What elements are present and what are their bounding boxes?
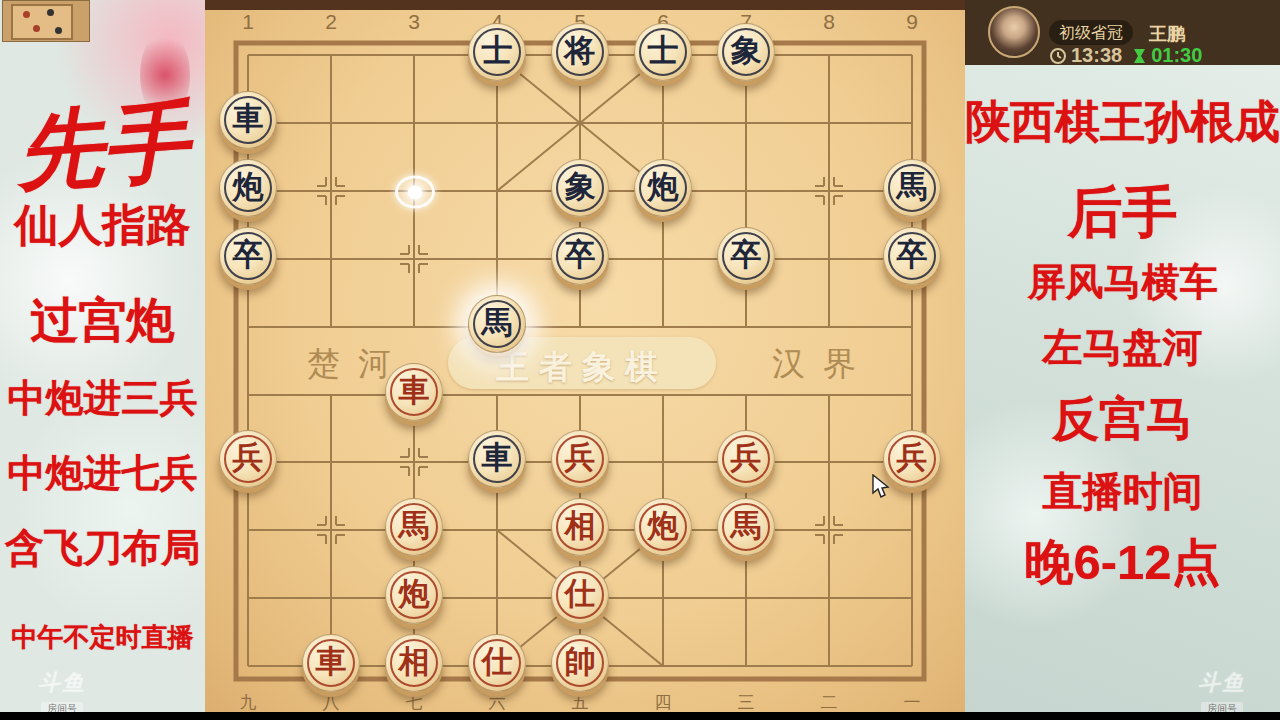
piece-black-象-f5r2[interactable]: 象 — [551, 159, 609, 217]
file-number-bottom-9: 一 — [904, 691, 921, 714]
right-line-7: 晚6-12点 — [965, 538, 1280, 587]
total-time: 13:38 — [1071, 44, 1122, 67]
player-name: 王鹏 — [1149, 22, 1185, 46]
piece-red-仕-f5r8[interactable]: 仕 — [551, 566, 609, 624]
piece-black-士-f6r0[interactable]: 士 — [634, 23, 692, 81]
file-number-bottom-5: 五 — [572, 691, 589, 714]
left-line-3: 中炮进三兵 — [0, 379, 205, 417]
clock-icon — [1049, 47, 1067, 65]
piece-red-炮-f6r7[interactable]: 炮 — [634, 498, 692, 556]
file-number-bottom-6: 四 — [655, 691, 672, 714]
piece-black-卒-f9r3[interactable]: 卒 — [883, 227, 941, 285]
right-line-4: 左马盘河 — [965, 327, 1280, 367]
file-number-bottom-8: 二 — [821, 691, 838, 714]
piece-red-兵-f1r6[interactable]: 兵 — [219, 430, 277, 488]
piece-red-兵-f9r6[interactable]: 兵 — [883, 430, 941, 488]
left-line-4: 中炮进七兵 — [0, 454, 205, 492]
corner-thumbnail — [2, 0, 90, 42]
right-line-3: 屏风马横车 — [965, 263, 1280, 301]
piece-red-馬-f3r7[interactable]: 馬 — [385, 498, 443, 556]
piece-red-兵-f5r6[interactable]: 兵 — [551, 430, 609, 488]
piece-red-相-f5r7[interactable]: 相 — [551, 498, 609, 556]
file-number-bottom-2: 八 — [323, 691, 340, 714]
piece-black-卒-f7r3[interactable]: 卒 — [717, 227, 775, 285]
piece-black-車-f1r1[interactable]: 車 — [219, 91, 277, 149]
piece-black-炮-f6r2[interactable]: 炮 — [634, 159, 692, 217]
piece-black-炮-f1r2[interactable]: 炮 — [219, 159, 277, 217]
xiangqi-board[interactable]: 楚河 汉界 王者象棋 123456789九八七六五四三二一 士将士象車炮象炮馬卒… — [205, 0, 965, 712]
player-info-bar: 初级省冠 王鹏 13:38 01:30 — [965, 0, 1280, 65]
right-line-2: 后手 — [965, 185, 1280, 240]
piece-black-卒-f1r3[interactable]: 卒 — [219, 227, 277, 285]
right-line-6: 直播时间 — [965, 471, 1280, 511]
douyu-logo-2: 斗鱼 — [1182, 668, 1262, 698]
right-line-1: 陕西棋王孙根成 — [965, 99, 1280, 144]
river-label-right: 汉界 — [772, 342, 874, 387]
stream-frame: 先手 仙人指路 过宫炮 中炮进三兵 中炮进七兵 含飞刀布局 中午不定时直播 楚河… — [0, 0, 1280, 720]
thumbnail-board — [11, 4, 73, 40]
rank-badge: 初级省冠 — [1049, 20, 1133, 45]
piece-red-炮-f3r8[interactable]: 炮 — [385, 566, 443, 624]
piece-red-馬-f7r7[interactable]: 馬 — [717, 498, 775, 556]
piece-black-士-f4r0[interactable]: 士 — [468, 23, 526, 81]
piece-black-象-f7r0[interactable]: 象 — [717, 23, 775, 81]
right-line-5: 反宫马 — [965, 395, 1280, 442]
piece-red-車-f3r5[interactable]: 車 — [385, 363, 443, 421]
piece-red-相-f3r9[interactable]: 相 — [385, 634, 443, 692]
piece-red-仕-f4r9[interactable]: 仕 — [468, 634, 526, 692]
douyu-logo: 斗鱼 — [22, 668, 102, 698]
file-number-bottom-7: 三 — [738, 691, 755, 714]
piece-black-車-f4r6[interactable]: 車 — [468, 430, 526, 488]
file-number-top-9: 9 — [906, 10, 918, 34]
left-text-panel: 先手 仙人指路 过宫炮 中炮进三兵 中炮进七兵 含飞刀布局 中午不定时直播 — [0, 0, 205, 712]
file-number-top-3: 3 — [408, 10, 420, 34]
move-origin-marker — [395, 176, 435, 209]
file-number-top-8: 8 — [823, 10, 835, 34]
bottom-black-bar — [0, 712, 1280, 720]
file-number-bottom-3: 七 — [406, 691, 423, 714]
piece-red-車-f2r9[interactable]: 車 — [302, 634, 360, 692]
white-blob-2 — [20, 380, 205, 640]
left-line-5: 含飞刀布局 — [0, 528, 205, 567]
piece-red-帥-f5r9[interactable]: 帥 — [551, 634, 609, 692]
piece-black-将-f5r0[interactable]: 将 — [551, 23, 609, 81]
piece-black-馬-f4r4[interactable]: 馬 — [468, 295, 526, 353]
right-text-panel: 陕西棋王孙根成 后手 屏风马横车 左马盘河 反宫马 直播时间 晚6-12点 — [965, 65, 1280, 712]
file-number-top-2: 2 — [325, 10, 337, 34]
left-title: 先手 — [0, 97, 205, 197]
left-line-1: 仙人指路 — [0, 203, 205, 247]
piece-black-馬-f9r2[interactable]: 馬 — [883, 159, 941, 217]
player-avatar[interactable] — [988, 6, 1040, 58]
left-line-2: 过宫炮 — [0, 297, 205, 345]
file-number-bottom-1: 九 — [240, 691, 257, 714]
left-line-6: 中午不定时直播 — [0, 624, 205, 650]
hourglass-icon — [1132, 47, 1147, 65]
timer-row: 13:38 01:30 — [1049, 44, 1202, 67]
file-number-top-1: 1 — [242, 10, 254, 34]
move-time: 01:30 — [1151, 44, 1202, 67]
piece-black-卒-f5r3[interactable]: 卒 — [551, 227, 609, 285]
piece-red-兵-f7r6[interactable]: 兵 — [717, 430, 775, 488]
file-number-bottom-4: 六 — [489, 691, 506, 714]
